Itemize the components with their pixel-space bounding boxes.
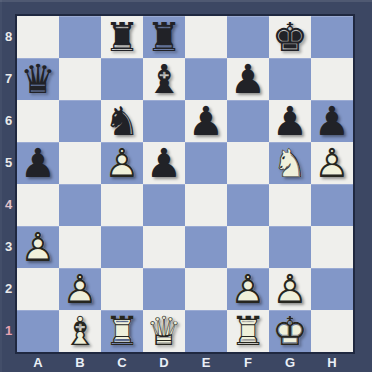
square-e2[interactable] [185, 268, 227, 310]
square-g5[interactable]: ♞♘ [269, 142, 311, 184]
square-f2[interactable]: ♟♙ [227, 268, 269, 310]
piece-outline-glyph: ♙ [269, 268, 311, 310]
piece-fill-glyph: ♜ [101, 16, 143, 58]
white-rook-c1[interactable]: ♜♖ [101, 310, 143, 352]
rank-label-2: 2 [0, 268, 17, 310]
rank-labels: 87654321 [0, 16, 17, 352]
black-pawn-f7[interactable]: ♟ [227, 58, 269, 100]
square-a5[interactable]: ♟ [17, 142, 59, 184]
piece-fill-glyph: ♟ [143, 142, 185, 184]
square-b2[interactable]: ♟♙ [59, 268, 101, 310]
square-g1[interactable]: ♚♔ [269, 310, 311, 352]
piece-outline-glyph: ♕ [143, 310, 185, 352]
square-f4[interactable] [227, 184, 269, 226]
square-h4[interactable] [311, 184, 353, 226]
square-b1[interactable]: ♝♗ [59, 310, 101, 352]
white-pawn-h5[interactable]: ♟♙ [311, 142, 353, 184]
white-pawn-g2[interactable]: ♟♙ [269, 268, 311, 310]
piece-fill-glyph: ♟ [185, 100, 227, 142]
piece-outline-glyph: ♘ [269, 142, 311, 184]
square-h7[interactable] [311, 58, 353, 100]
piece-outline-glyph: ♖ [227, 310, 269, 352]
white-pawn-f2[interactable]: ♟♙ [227, 268, 269, 310]
square-a3[interactable]: ♟♙ [17, 226, 59, 268]
square-c1[interactable]: ♜♖ [101, 310, 143, 352]
square-h5[interactable]: ♟♙ [311, 142, 353, 184]
file-label-e: E [185, 354, 227, 372]
square-h3[interactable] [311, 226, 353, 268]
piece-outline-glyph: ♔ [269, 310, 311, 352]
piece-fill-glyph: ♝ [143, 58, 185, 100]
square-c4[interactable] [101, 184, 143, 226]
piece-fill-glyph: ♚ [269, 16, 311, 58]
square-h6[interactable]: ♟ [311, 100, 353, 142]
black-rook-c8[interactable]: ♜ [101, 16, 143, 58]
black-pawn-e6[interactable]: ♟ [185, 100, 227, 142]
square-g3[interactable] [269, 226, 311, 268]
square-b8[interactable] [59, 16, 101, 58]
square-d7[interactable]: ♝ [143, 58, 185, 100]
piece-outline-glyph: ♙ [311, 142, 353, 184]
square-h1[interactable] [311, 310, 353, 352]
piece-outline-glyph: ♙ [59, 268, 101, 310]
square-a7[interactable]: ♛ [17, 58, 59, 100]
square-g7[interactable] [269, 58, 311, 100]
piece-fill-glyph: ♜ [143, 16, 185, 58]
square-c5[interactable]: ♟♙ [101, 142, 143, 184]
file-label-a: A [17, 354, 59, 372]
square-g6[interactable]: ♟ [269, 100, 311, 142]
chess-board: ♜♜♚♛♝♟♞♟♟♟♟♟♙♟♞♘♟♙♟♙♟♙♟♙♟♙♝♗♜♖♛♕♜♖♚♔ [17, 16, 353, 352]
square-d3[interactable] [143, 226, 185, 268]
square-e7[interactable] [185, 58, 227, 100]
square-e8[interactable] [185, 16, 227, 58]
square-c8[interactable]: ♜ [101, 16, 143, 58]
black-bishop-d7[interactable]: ♝ [143, 58, 185, 100]
square-f5[interactable] [227, 142, 269, 184]
piece-outline-glyph: ♙ [17, 226, 59, 268]
piece-outline-glyph: ♗ [59, 310, 101, 352]
square-e6[interactable]: ♟ [185, 100, 227, 142]
file-label-c: C [101, 354, 143, 372]
square-a8[interactable] [17, 16, 59, 58]
square-c2[interactable] [101, 268, 143, 310]
chess-board-frame: ♜♜♚♛♝♟♞♟♟♟♟♟♙♟♞♘♟♙♟♙♟♙♟♙♟♙♝♗♜♖♛♕♜♖♚♔ [15, 14, 355, 354]
square-b7[interactable] [59, 58, 101, 100]
piece-outline-glyph: ♙ [101, 142, 143, 184]
rank-label-1: 1 [0, 310, 17, 352]
square-c7[interactable] [101, 58, 143, 100]
piece-outline-glyph: ♙ [227, 268, 269, 310]
square-a2[interactable] [17, 268, 59, 310]
square-d2[interactable] [143, 268, 185, 310]
black-pawn-g6[interactable]: ♟ [269, 100, 311, 142]
square-e4[interactable] [185, 184, 227, 226]
chess-diagram: ♜♜♚♛♝♟♞♟♟♟♟♟♙♟♞♘♟♙♟♙♟♙♟♙♟♙♝♗♜♖♛♕♜♖♚♔ 876… [0, 0, 372, 372]
square-b3[interactable] [59, 226, 101, 268]
square-b4[interactable] [59, 184, 101, 226]
black-rook-d8[interactable]: ♜ [143, 16, 185, 58]
file-label-b: B [59, 354, 101, 372]
rank-label-6: 6 [0, 100, 17, 142]
square-c3[interactable] [101, 226, 143, 268]
white-king-g1[interactable]: ♚♔ [269, 310, 311, 352]
piece-outline-glyph: ♖ [101, 310, 143, 352]
square-d8[interactable]: ♜ [143, 16, 185, 58]
white-rook-f1[interactable]: ♜♖ [227, 310, 269, 352]
black-pawn-d5[interactable]: ♟ [143, 142, 185, 184]
rank-label-5: 5 [0, 142, 17, 184]
square-b6[interactable] [59, 100, 101, 142]
black-queen-a7[interactable]: ♛ [17, 58, 59, 100]
black-knight-c6[interactable]: ♞ [101, 100, 143, 142]
piece-fill-glyph: ♞ [101, 100, 143, 142]
square-a1[interactable] [17, 310, 59, 352]
square-e3[interactable] [185, 226, 227, 268]
file-labels: ABCDEFGH [17, 354, 353, 372]
piece-fill-glyph: ♟ [17, 142, 59, 184]
square-a4[interactable] [17, 184, 59, 226]
rank-label-3: 3 [0, 226, 17, 268]
white-bishop-b1[interactable]: ♝♗ [59, 310, 101, 352]
white-knight-g5[interactable]: ♞♘ [269, 142, 311, 184]
square-d5[interactable]: ♟ [143, 142, 185, 184]
rank-label-8: 8 [0, 16, 17, 58]
square-h8[interactable] [311, 16, 353, 58]
square-d4[interactable] [143, 184, 185, 226]
piece-fill-glyph: ♟ [227, 58, 269, 100]
file-label-g: G [269, 354, 311, 372]
rank-label-7: 7 [0, 58, 17, 100]
square-e1[interactable] [185, 310, 227, 352]
square-g4[interactable] [269, 184, 311, 226]
square-e5[interactable] [185, 142, 227, 184]
square-g2[interactable]: ♟♙ [269, 268, 311, 310]
white-pawn-b2[interactable]: ♟♙ [59, 268, 101, 310]
file-label-h: H [311, 354, 353, 372]
white-pawn-a3[interactable]: ♟♙ [17, 226, 59, 268]
piece-fill-glyph: ♟ [311, 100, 353, 142]
piece-fill-glyph: ♟ [269, 100, 311, 142]
rank-label-4: 4 [0, 184, 17, 226]
piece-fill-glyph: ♛ [17, 58, 59, 100]
square-d1[interactable]: ♛♕ [143, 310, 185, 352]
square-c6[interactable]: ♞ [101, 100, 143, 142]
black-pawn-a5[interactable]: ♟ [17, 142, 59, 184]
black-king-g8[interactable]: ♚ [269, 16, 311, 58]
square-h2[interactable] [311, 268, 353, 310]
square-f1[interactable]: ♜♖ [227, 310, 269, 352]
square-d6[interactable] [143, 100, 185, 142]
square-g8[interactable]: ♚ [269, 16, 311, 58]
square-f3[interactable] [227, 226, 269, 268]
square-b5[interactable] [59, 142, 101, 184]
white-pawn-c5[interactable]: ♟♙ [101, 142, 143, 184]
square-f8[interactable] [227, 16, 269, 58]
file-label-f: F [227, 354, 269, 372]
square-a6[interactable] [17, 100, 59, 142]
square-f7[interactable]: ♟ [227, 58, 269, 100]
file-label-d: D [143, 354, 185, 372]
black-pawn-h6[interactable]: ♟ [311, 100, 353, 142]
white-queen-d1[interactable]: ♛♕ [143, 310, 185, 352]
square-f6[interactable] [227, 100, 269, 142]
